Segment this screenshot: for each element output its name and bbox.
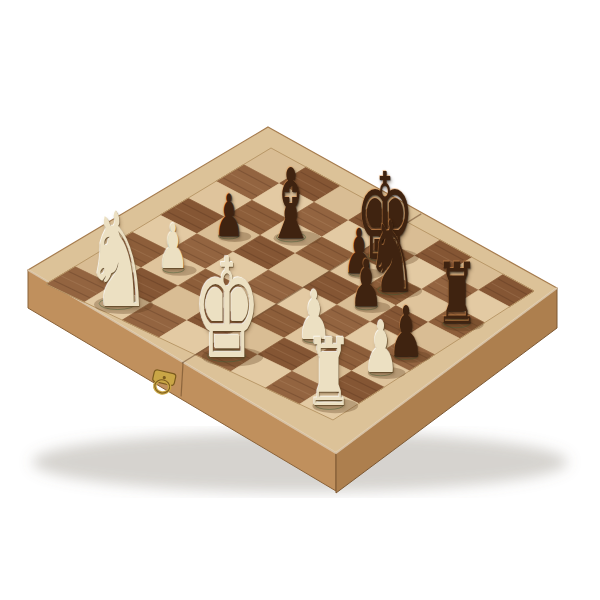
piece-wP-b3: ♟ <box>158 221 189 276</box>
piece-bP-f5: ♟ <box>350 255 383 314</box>
piece-bB-c6: ♝ <box>267 161 316 248</box>
product-photo-canvas: ♟♝♚♟♟♞♞♟♜♟♟♚♟♜ <box>0 0 600 600</box>
piece-bR-h6: ♜ <box>435 257 477 333</box>
piece-wR-h1: ♜ <box>306 331 353 416</box>
piece-wP-h3: ♟ <box>363 316 399 380</box>
piece-wK-e1: ♚ <box>192 248 261 372</box>
piece-wN-b1: ♞ <box>85 201 151 319</box>
